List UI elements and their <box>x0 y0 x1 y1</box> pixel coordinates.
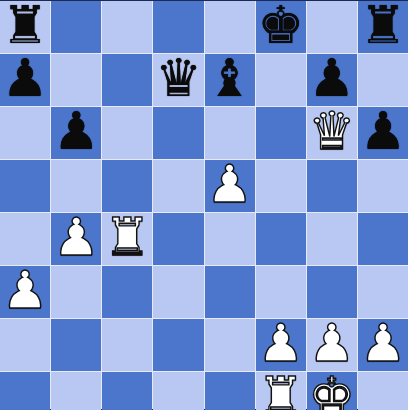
white-pawn-piece[interactable]: ♟ <box>53 211 100 263</box>
square-g8[interactable] <box>307 1 357 53</box>
square-e4[interactable] <box>205 213 255 265</box>
square-h6[interactable]: ♟ <box>358 107 408 159</box>
square-e7[interactable]: ♝ <box>205 54 255 106</box>
white-rook-piece[interactable]: ♜ <box>104 211 151 263</box>
white-pawn-piece[interactable]: ♟ <box>257 317 304 369</box>
square-a6[interactable] <box>0 107 50 159</box>
square-g3[interactable] <box>307 266 357 318</box>
chess-board-frame: ♜♚♜♟♛♝♟♟♛♟♟♟♜♟♟♟♟♜♚ <box>0 0 408 410</box>
square-f4[interactable] <box>256 213 306 265</box>
square-c2[interactable] <box>102 319 152 371</box>
square-d8[interactable] <box>153 1 203 53</box>
black-pawn-piece[interactable]: ♟ <box>2 52 49 104</box>
square-c5[interactable] <box>102 160 152 212</box>
black-king-piece[interactable]: ♚ <box>257 0 304 51</box>
square-h7[interactable] <box>358 54 408 106</box>
square-d5[interactable] <box>153 160 203 212</box>
black-pawn-piece[interactable]: ♟ <box>360 105 407 157</box>
square-f5[interactable] <box>256 160 306 212</box>
white-pawn-piece[interactable]: ♟ <box>206 158 253 210</box>
white-pawn-piece[interactable]: ♟ <box>360 317 407 369</box>
square-b4[interactable]: ♟ <box>51 213 101 265</box>
black-pawn-piece[interactable]: ♟ <box>309 52 356 104</box>
square-h5[interactable] <box>358 160 408 212</box>
square-d2[interactable] <box>153 319 203 371</box>
white-rook-piece[interactable]: ♜ <box>257 370 304 410</box>
square-b3[interactable] <box>51 266 101 318</box>
square-h4[interactable] <box>358 213 408 265</box>
square-c7[interactable] <box>102 54 152 106</box>
square-e2[interactable] <box>205 319 255 371</box>
white-king-piece[interactable]: ♚ <box>309 370 356 410</box>
square-f7[interactable] <box>256 54 306 106</box>
chess-board: ♜♚♜♟♛♝♟♟♛♟♟♟♜♟♟♟♟♜♚ <box>0 1 408 409</box>
square-a7[interactable]: ♟ <box>0 54 50 106</box>
square-e1[interactable] <box>205 372 255 410</box>
square-a3[interactable]: ♟ <box>0 266 50 318</box>
square-b8[interactable] <box>51 1 101 53</box>
black-bishop-piece[interactable]: ♝ <box>206 52 253 104</box>
square-e8[interactable] <box>205 1 255 53</box>
square-a5[interactable] <box>0 160 50 212</box>
square-d3[interactable] <box>153 266 203 318</box>
square-h3[interactable] <box>358 266 408 318</box>
white-pawn-piece[interactable]: ♟ <box>309 317 356 369</box>
square-h2[interactable]: ♟ <box>358 319 408 371</box>
square-d4[interactable] <box>153 213 203 265</box>
white-queen-piece[interactable]: ♛ <box>309 105 356 157</box>
black-queen-piece[interactable]: ♛ <box>155 52 202 104</box>
black-rook-piece[interactable]: ♜ <box>360 0 407 51</box>
square-f1[interactable]: ♜ <box>256 372 306 410</box>
square-g6[interactable]: ♛ <box>307 107 357 159</box>
square-b2[interactable] <box>51 319 101 371</box>
white-pawn-piece[interactable]: ♟ <box>2 264 49 316</box>
square-e3[interactable] <box>205 266 255 318</box>
square-e6[interactable] <box>205 107 255 159</box>
square-f6[interactable] <box>256 107 306 159</box>
square-a4[interactable] <box>0 213 50 265</box>
square-f2[interactable]: ♟ <box>256 319 306 371</box>
square-c6[interactable] <box>102 107 152 159</box>
square-c3[interactable] <box>102 266 152 318</box>
square-b6[interactable]: ♟ <box>51 107 101 159</box>
square-h8[interactable]: ♜ <box>358 1 408 53</box>
square-a2[interactable] <box>0 319 50 371</box>
square-c1[interactable] <box>102 372 152 410</box>
black-pawn-piece[interactable]: ♟ <box>53 105 100 157</box>
square-g5[interactable] <box>307 160 357 212</box>
square-c4[interactable]: ♜ <box>102 213 152 265</box>
square-e5[interactable]: ♟ <box>205 160 255 212</box>
square-d7[interactable]: ♛ <box>153 54 203 106</box>
square-c8[interactable] <box>102 1 152 53</box>
square-g1[interactable]: ♚ <box>307 372 357 410</box>
square-h1[interactable] <box>358 372 408 410</box>
square-d1[interactable] <box>153 372 203 410</box>
square-g4[interactable] <box>307 213 357 265</box>
black-rook-piece[interactable]: ♜ <box>2 0 49 51</box>
square-a1[interactable] <box>0 372 50 410</box>
square-f3[interactable] <box>256 266 306 318</box>
square-b5[interactable] <box>51 160 101 212</box>
square-f8[interactable]: ♚ <box>256 1 306 53</box>
square-b1[interactable] <box>51 372 101 410</box>
square-a8[interactable]: ♜ <box>0 1 50 53</box>
square-g7[interactable]: ♟ <box>307 54 357 106</box>
square-b7[interactable] <box>51 54 101 106</box>
square-d6[interactable] <box>153 107 203 159</box>
square-g2[interactable]: ♟ <box>307 319 357 371</box>
